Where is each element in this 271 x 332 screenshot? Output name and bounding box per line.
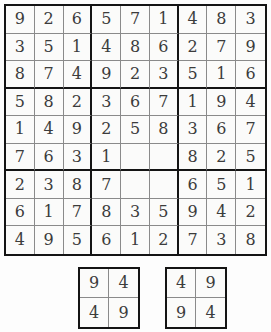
sudoku-grid: 9265714833514862798749235165823671941492…	[4, 4, 267, 256]
sudoku-cell-r5c3: 9	[64, 116, 93, 144]
sudoku-cell-r1c2: 2	[35, 6, 64, 34]
sudoku-cell-r7c3: 8	[64, 171, 93, 199]
sudoku-cell-r3c9: 6	[236, 61, 265, 89]
sudoku-cell-r6c3: 3	[64, 144, 93, 172]
sudoku-cell-r1c8: 8	[207, 6, 236, 34]
completion-grid-right-cell-r1c2: 9	[196, 269, 225, 298]
sudoku-cell-r9c4: 6	[92, 226, 121, 254]
sudoku-cell-r1c6: 1	[150, 6, 179, 34]
sudoku-cell-r2c3: 1	[64, 34, 93, 62]
sudoku-cell-r6c9: 5	[236, 144, 265, 172]
completion-grid-left-cell-r1c1: 9	[80, 269, 109, 298]
completion-grid-left-cell-r2c2: 9	[109, 298, 138, 327]
sudoku-cell-r8c2: 1	[35, 199, 64, 227]
sudoku-cell-r7c2: 3	[35, 171, 64, 199]
sudoku-cell-r7c4: 7	[92, 171, 121, 199]
sudoku-cell-r1c9: 3	[236, 6, 265, 34]
sudoku-cell-r7c6	[150, 171, 179, 199]
sudoku-cell-r3c8: 1	[207, 61, 236, 89]
sudoku-cell-r5c9: 7	[236, 116, 265, 144]
sudoku-cell-r6c6	[150, 144, 179, 172]
sudoku-cell-r1c4: 5	[92, 6, 121, 34]
sudoku-figure: 9265714833514862798749235165823671941492…	[0, 0, 271, 332]
sudoku-cell-r6c8: 2	[207, 144, 236, 172]
sudoku-cell-r1c7: 4	[179, 6, 208, 34]
sudoku-cell-r4c2: 8	[35, 89, 64, 117]
sudoku-cell-r1c5: 7	[121, 6, 150, 34]
sudoku-cell-r3c5: 2	[121, 61, 150, 89]
sudoku-cell-r9c6: 2	[150, 226, 179, 254]
sudoku-cell-r1c1: 9	[6, 6, 35, 34]
sudoku-cell-r8c4: 8	[92, 199, 121, 227]
sudoku-cell-r6c2: 6	[35, 144, 64, 172]
sudoku-cell-r2c2: 5	[35, 34, 64, 62]
sudoku-cell-r8c7: 9	[179, 199, 208, 227]
sudoku-cell-r2c1: 3	[6, 34, 35, 62]
sudoku-cell-r8c5: 3	[121, 199, 150, 227]
sudoku-cell-r4c8: 9	[207, 89, 236, 117]
sudoku-cell-r2c6: 6	[150, 34, 179, 62]
sudoku-cell-r5c2: 4	[35, 116, 64, 144]
sudoku-cell-r9c9: 8	[236, 226, 265, 254]
sudoku-cell-r7c9: 1	[236, 171, 265, 199]
sudoku-cell-r1c3: 6	[64, 6, 93, 34]
sudoku-cell-r4c3: 2	[64, 89, 93, 117]
sudoku-cell-r8c6: 5	[150, 199, 179, 227]
sudoku-cell-r4c6: 7	[150, 89, 179, 117]
sudoku-cell-r2c5: 8	[121, 34, 150, 62]
completion-grid-left-cell-r2c1: 4	[80, 298, 109, 327]
sudoku-cell-r6c4: 1	[92, 144, 121, 172]
sudoku-cell-r8c8: 4	[207, 199, 236, 227]
completion-grid-right-cell-r2c1: 9	[167, 298, 196, 327]
completion-grid-right-cell-r1c1: 4	[167, 269, 196, 298]
sudoku-cell-r4c1: 5	[6, 89, 35, 117]
sudoku-cell-r4c7: 1	[179, 89, 208, 117]
completion-grid-left-cell-r1c2: 4	[109, 269, 138, 298]
sudoku-cell-r9c5: 1	[121, 226, 150, 254]
sudoku-cell-r3c3: 4	[64, 61, 93, 89]
sudoku-cell-r2c7: 2	[179, 34, 208, 62]
sudoku-cell-r7c8: 5	[207, 171, 236, 199]
sudoku-cell-r7c7: 6	[179, 171, 208, 199]
sudoku-cell-r4c9: 4	[236, 89, 265, 117]
sudoku-cell-r5c7: 3	[179, 116, 208, 144]
completion-grid-right: 4994	[165, 267, 227, 329]
completion-grid-left: 9449	[78, 267, 140, 329]
sudoku-cell-r9c1: 4	[6, 226, 35, 254]
sudoku-cell-r9c3: 5	[64, 226, 93, 254]
sudoku-cell-r2c4: 4	[92, 34, 121, 62]
completion-grid-right-cell-r2c2: 4	[196, 298, 225, 327]
sudoku-cell-r4c4: 3	[92, 89, 121, 117]
sudoku-cell-r3c7: 5	[179, 61, 208, 89]
sudoku-cell-r4c5: 6	[121, 89, 150, 117]
sudoku-cell-r7c5	[121, 171, 150, 199]
sudoku-cell-r8c1: 6	[6, 199, 35, 227]
sudoku-cell-r6c5	[121, 144, 150, 172]
sudoku-cell-r6c1: 7	[6, 144, 35, 172]
sudoku-cell-r5c4: 2	[92, 116, 121, 144]
sudoku-cell-r3c2: 7	[35, 61, 64, 89]
sudoku-cell-r5c6: 8	[150, 116, 179, 144]
sudoku-cell-r9c2: 9	[35, 226, 64, 254]
sudoku-cell-r2c9: 9	[236, 34, 265, 62]
sudoku-cell-r8c3: 7	[64, 199, 93, 227]
sudoku-cell-r9c7: 7	[179, 226, 208, 254]
sudoku-cell-r3c4: 9	[92, 61, 121, 89]
sudoku-cell-r5c8: 6	[207, 116, 236, 144]
sudoku-cell-r3c6: 3	[150, 61, 179, 89]
sudoku-cell-r3c1: 8	[6, 61, 35, 89]
sudoku-cell-r5c5: 5	[121, 116, 150, 144]
sudoku-cell-r6c7: 8	[179, 144, 208, 172]
sudoku-cell-r2c8: 7	[207, 34, 236, 62]
sudoku-cell-r9c8: 3	[207, 226, 236, 254]
sudoku-cell-r8c9: 2	[236, 199, 265, 227]
sudoku-cell-r7c1: 2	[6, 171, 35, 199]
sudoku-cell-r5c1: 1	[6, 116, 35, 144]
